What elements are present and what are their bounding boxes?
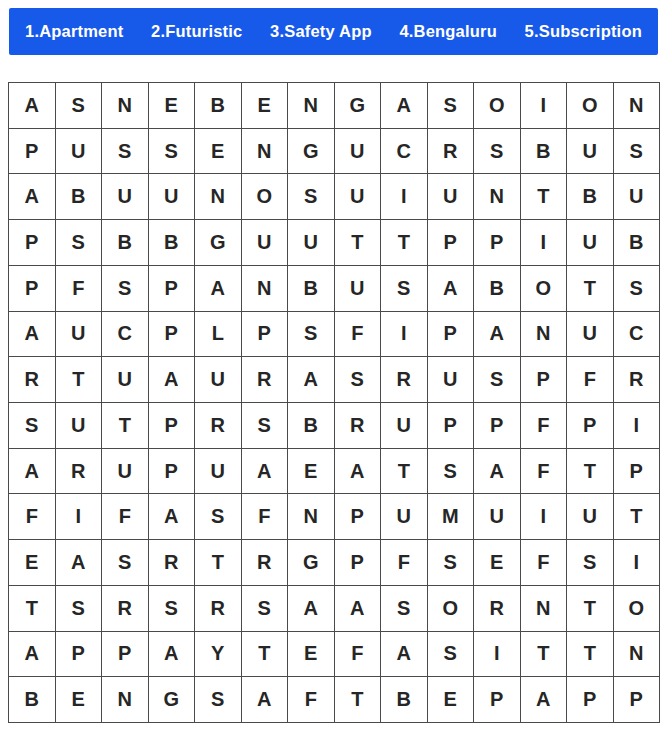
grid-cell-r14c3[interactable]: N xyxy=(102,677,148,722)
grid-cell-r4c13[interactable]: U xyxy=(567,220,613,265)
grid-cell-r12c10[interactable]: O xyxy=(428,586,474,631)
grid-cell-r1c6[interactable]: E xyxy=(242,83,288,128)
grid-cell-r1c2[interactable]: S xyxy=(56,83,102,128)
grid-cell-r5c14[interactable]: S xyxy=(614,266,660,311)
grid-cell-r2c2[interactable]: U xyxy=(56,129,102,174)
grid-cell-r9c9[interactable]: T xyxy=(381,449,427,494)
grid-cell-r9c14[interactable]: P xyxy=(614,449,660,494)
grid-cell-r11c4[interactable]: R xyxy=(149,540,195,585)
grid-cell-r14c14[interactable]: P xyxy=(614,677,660,722)
grid-cell-r3c4[interactable]: U xyxy=(149,174,195,219)
grid-cell-r6c7[interactable]: S xyxy=(288,312,334,357)
grid-cell-r10c7[interactable]: N xyxy=(288,494,334,539)
grid-cell-r2c5[interactable]: E xyxy=(195,129,241,174)
grid-cell-r2c7[interactable]: G xyxy=(288,129,334,174)
grid-cell-r3c8[interactable]: U xyxy=(335,174,381,219)
grid-cell-r9c12[interactable]: F xyxy=(521,449,567,494)
grid-cell-r7c7[interactable]: A xyxy=(288,357,334,402)
grid-cell-r13c1[interactable]: A xyxy=(9,632,55,677)
grid-cell-r3c7[interactable]: S xyxy=(288,174,334,219)
grid-cell-r2c8[interactable]: U xyxy=(335,129,381,174)
grid-cell-r5c6[interactable]: N xyxy=(242,266,288,311)
grid-cell-r3c5[interactable]: N xyxy=(195,174,241,219)
grid-cell-r6c11[interactable]: A xyxy=(474,312,520,357)
grid-cell-r8c3[interactable]: T xyxy=(102,403,148,448)
grid-cell-r6c12[interactable]: N xyxy=(521,312,567,357)
grid-cell-r8c11[interactable]: P xyxy=(474,403,520,448)
grid-cell-r5c2[interactable]: F xyxy=(56,266,102,311)
grid-cell-r11c7[interactable]: G xyxy=(288,540,334,585)
grid-cell-r12c4[interactable]: S xyxy=(149,586,195,631)
grid-cell-r4c7[interactable]: U xyxy=(288,220,334,265)
grid-cell-r11c10[interactable]: S xyxy=(428,540,474,585)
grid-cell-r14c10[interactable]: E xyxy=(428,677,474,722)
grid-cell-r12c11[interactable]: R xyxy=(474,586,520,631)
grid-cell-r7c14[interactable]: R xyxy=(614,357,660,402)
grid-cell-r4c6[interactable]: U xyxy=(242,220,288,265)
grid-cell-r1c10[interactable]: S xyxy=(428,83,474,128)
grid-cell-r10c13[interactable]: U xyxy=(567,494,613,539)
grid-cell-r13c11[interactable]: I xyxy=(474,632,520,677)
grid-cell-r8c9[interactable]: U xyxy=(381,403,427,448)
grid-cell-r7c6[interactable]: R xyxy=(242,357,288,402)
grid-cell-r5c3[interactable]: S xyxy=(102,266,148,311)
grid-cell-r9c8[interactable]: A xyxy=(335,449,381,494)
grid-cell-r10c11[interactable]: U xyxy=(474,494,520,539)
grid-cell-r12c1[interactable]: T xyxy=(9,586,55,631)
grid-cell-r10c5[interactable]: S xyxy=(195,494,241,539)
grid-cell-r8c4[interactable]: P xyxy=(149,403,195,448)
grid-cell-r7c8[interactable]: S xyxy=(335,357,381,402)
grid-cell-r3c10[interactable]: U xyxy=(428,174,474,219)
grid-cell-r14c9[interactable]: B xyxy=(381,677,427,722)
grid-cell-r9c4[interactable]: P xyxy=(149,449,195,494)
grid-cell-r6c6[interactable]: P xyxy=(242,312,288,357)
grid-cell-r5c8[interactable]: U xyxy=(335,266,381,311)
grid-cell-r8c5[interactable]: R xyxy=(195,403,241,448)
grid-cell-r1c9[interactable]: A xyxy=(381,83,427,128)
grid-cell-r8c1[interactable]: S xyxy=(9,403,55,448)
grid-cell-r2c14[interactable]: S xyxy=(614,129,660,174)
grid-cell-r11c8[interactable]: P xyxy=(335,540,381,585)
grid-cell-r5c13[interactable]: T xyxy=(567,266,613,311)
grid-cell-r1c12[interactable]: I xyxy=(521,83,567,128)
word-list-item-1: 1.Apartment xyxy=(25,22,123,41)
word-list-bar: 1.Apartment 2.Futuristic 3.Safety App 4.… xyxy=(9,8,658,55)
grid-cell-r7c9[interactable]: R xyxy=(381,357,427,402)
grid-cell-r14c12[interactable]: A xyxy=(521,677,567,722)
grid-cell-r3c9[interactable]: I xyxy=(381,174,427,219)
grid-cell-r1c5[interactable]: B xyxy=(195,83,241,128)
grid-cell-r11c6[interactable]: R xyxy=(242,540,288,585)
grid-cell-r12c9[interactable]: S xyxy=(381,586,427,631)
grid-cell-r10c9[interactable]: U xyxy=(381,494,427,539)
grid-cell-r3c11[interactable]: N xyxy=(474,174,520,219)
grid-cell-r4c9[interactable]: T xyxy=(381,220,427,265)
grid-cell-r4c4[interactable]: B xyxy=(149,220,195,265)
grid-cell-r8c12[interactable]: F xyxy=(521,403,567,448)
grid-cell-r10c8[interactable]: P xyxy=(335,494,381,539)
grid-cell-r5c5[interactable]: A xyxy=(195,266,241,311)
grid-cell-r13c2[interactable]: P xyxy=(56,632,102,677)
grid-cell-r5c10[interactable]: A xyxy=(428,266,474,311)
grid-cell-r13c6[interactable]: T xyxy=(242,632,288,677)
grid-cell-r14c5[interactable]: S xyxy=(195,677,241,722)
grid-cell-r13c7[interactable]: E xyxy=(288,632,334,677)
grid-cell-r1c14[interactable]: N xyxy=(614,83,660,128)
word-list-item-3: 3.Safety App xyxy=(270,22,372,41)
grid-cell-r12c14[interactable]: O xyxy=(614,586,660,631)
grid-cell-r6c1[interactable]: A xyxy=(9,312,55,357)
grid-cell-r10c1[interactable]: F xyxy=(9,494,55,539)
grid-cell-r12c6[interactable]: S xyxy=(242,586,288,631)
grid-cell-r4c3[interactable]: B xyxy=(102,220,148,265)
grid-cell-r5c9[interactable]: S xyxy=(381,266,427,311)
grid-cell-r12c5[interactable]: R xyxy=(195,586,241,631)
grid-cell-r1c8[interactable]: G xyxy=(335,83,381,128)
grid-cell-r9c3[interactable]: U xyxy=(102,449,148,494)
grid-cell-r8c2[interactable]: U xyxy=(56,403,102,448)
grid-cell-r9c2[interactable]: R xyxy=(56,449,102,494)
grid-cell-r6c9[interactable]: I xyxy=(381,312,427,357)
grid-cell-r2c3[interactable]: S xyxy=(102,129,148,174)
grid-cell-r7c11[interactable]: S xyxy=(474,357,520,402)
grid-cell-r4c1[interactable]: P xyxy=(9,220,55,265)
grid-cell-r13c10[interactable]: S xyxy=(428,632,474,677)
grid-cell-r11c14[interactable]: I xyxy=(614,540,660,585)
grid-cell-r2c11[interactable]: S xyxy=(474,129,520,174)
grid-cell-r11c12[interactable]: F xyxy=(521,540,567,585)
grid-cell-r12c12[interactable]: N xyxy=(521,586,567,631)
grid-cell-r4c14[interactable]: B xyxy=(614,220,660,265)
grid-cell-r4c5[interactable]: G xyxy=(195,220,241,265)
grid-cell-r5c1[interactable]: P xyxy=(9,266,55,311)
grid-cell-r1c13[interactable]: O xyxy=(567,83,613,128)
grid-cell-r4c10[interactable]: P xyxy=(428,220,474,265)
grid-cell-r13c9[interactable]: A xyxy=(381,632,427,677)
grid-cell-r2c9[interactable]: C xyxy=(381,129,427,174)
grid-cell-r12c7[interactable]: A xyxy=(288,586,334,631)
word-list-item-2: 2.Futuristic xyxy=(151,22,242,41)
grid-cell-r1c11[interactable]: O xyxy=(474,83,520,128)
grid-cell-r13c13[interactable]: T xyxy=(567,632,613,677)
grid-cell-r6c13[interactable]: U xyxy=(567,312,613,357)
grid-cell-r11c2[interactable]: A xyxy=(56,540,102,585)
grid-cell-r14c8[interactable]: T xyxy=(335,677,381,722)
grid-cell-r10c10[interactable]: M xyxy=(428,494,474,539)
grid-cell-r1c1[interactable]: A xyxy=(9,83,55,128)
grid-cell-r2c10[interactable]: R xyxy=(428,129,474,174)
grid-cell-r5c11[interactable]: B xyxy=(474,266,520,311)
grid-cell-r13c3[interactable]: P xyxy=(102,632,148,677)
grid-cell-r9c13[interactable]: T xyxy=(567,449,613,494)
grid-cell-r11c1[interactable]: E xyxy=(9,540,55,585)
grid-cell-r14c11[interactable]: P xyxy=(474,677,520,722)
grid-cell-r4c8[interactable]: T xyxy=(335,220,381,265)
grid-cell-r10c14[interactable]: T xyxy=(614,494,660,539)
grid-cell-r14c2[interactable]: E xyxy=(56,677,102,722)
grid-cell-r3c6[interactable]: O xyxy=(242,174,288,219)
grid-cell-r12c13[interactable]: T xyxy=(567,586,613,631)
grid-cell-r7c4[interactable]: A xyxy=(149,357,195,402)
grid-cell-r9c1[interactable]: A xyxy=(9,449,55,494)
grid-cell-r6c10[interactable]: P xyxy=(428,312,474,357)
grid-cell-r3c1[interactable]: A xyxy=(9,174,55,219)
grid-cell-r7c10[interactable]: U xyxy=(428,357,474,402)
grid-cell-r6c4[interactable]: P xyxy=(149,312,195,357)
grid-cell-r10c4[interactable]: A xyxy=(149,494,195,539)
word-search-grid: ASNEBENGASOIONPUSSENGUCRSBUSABUUNOSUIUNT… xyxy=(8,82,660,723)
grid-cell-r10c3[interactable]: F xyxy=(102,494,148,539)
grid-cell-r3c14[interactable]: U xyxy=(614,174,660,219)
grid-cell-r9c7[interactable]: E xyxy=(288,449,334,494)
word-list-item-5: 5.Subscription xyxy=(525,22,642,41)
grid-cell-r12c3[interactable]: R xyxy=(102,586,148,631)
grid-cell-r11c11[interactable]: E xyxy=(474,540,520,585)
grid-cell-r7c12[interactable]: P xyxy=(521,357,567,402)
grid-cell-r2c13[interactable]: U xyxy=(567,129,613,174)
grid-cell-r12c8[interactable]: A xyxy=(335,586,381,631)
grid-cell-r7c3[interactable]: U xyxy=(102,357,148,402)
grid-cell-r6c8[interactable]: F xyxy=(335,312,381,357)
grid-cell-r3c3[interactable]: U xyxy=(102,174,148,219)
grid-cell-r6c5[interactable]: L xyxy=(195,312,241,357)
grid-cell-r13c4[interactable]: A xyxy=(149,632,195,677)
grid-cell-r14c4[interactable]: G xyxy=(149,677,195,722)
grid-cell-r9c11[interactable]: A xyxy=(474,449,520,494)
grid-cell-r10c2[interactable]: I xyxy=(56,494,102,539)
grid-cell-r7c13[interactable]: F xyxy=(567,357,613,402)
grid-cell-r6c3[interactable]: C xyxy=(102,312,148,357)
grid-cell-r11c3[interactable]: S xyxy=(102,540,148,585)
grid-cell-r14c7[interactable]: F xyxy=(288,677,334,722)
grid-cell-r2c6[interactable]: N xyxy=(242,129,288,174)
grid-cell-r7c2[interactable]: T xyxy=(56,357,102,402)
grid-cell-r6c14[interactable]: C xyxy=(614,312,660,357)
grid-cell-r13c14[interactable]: N xyxy=(614,632,660,677)
word-list-item-4: 4.Bengaluru xyxy=(399,22,497,41)
grid-cell-r13c12[interactable]: T xyxy=(521,632,567,677)
grid-cell-r2c1[interactable]: P xyxy=(9,129,55,174)
grid-cell-r1c4[interactable]: E xyxy=(149,83,195,128)
grid-cell-r9c5[interactable]: U xyxy=(195,449,241,494)
grid-cell-r11c9[interactable]: F xyxy=(381,540,427,585)
grid-cell-r2c4[interactable]: S xyxy=(149,129,195,174)
grid-cell-r8c8[interactable]: R xyxy=(335,403,381,448)
grid-cell-r10c6[interactable]: F xyxy=(242,494,288,539)
grid-cell-r11c13[interactable]: S xyxy=(567,540,613,585)
grid-cell-r14c1[interactable]: B xyxy=(9,677,55,722)
grid-cell-r14c6[interactable]: A xyxy=(242,677,288,722)
grid-cell-r13c5[interactable]: Y xyxy=(195,632,241,677)
word-search-page: 1.Apartment 2.Futuristic 3.Safety App 4.… xyxy=(0,0,667,735)
grid-cell-r5c12[interactable]: O xyxy=(521,266,567,311)
grid-cell-r8c7[interactable]: B xyxy=(288,403,334,448)
grid-cell-r4c12[interactable]: I xyxy=(521,220,567,265)
grid-cell-r14c13[interactable]: P xyxy=(567,677,613,722)
grid-cell-r7c1[interactable]: R xyxy=(9,357,55,402)
grid-cell-r1c3[interactable]: N xyxy=(102,83,148,128)
grid-cell-r8c6[interactable]: S xyxy=(242,403,288,448)
grid-cell-r8c13[interactable]: P xyxy=(567,403,613,448)
grid-cell-r2c12[interactable]: B xyxy=(521,129,567,174)
grid-cell-r12c2[interactable]: S xyxy=(56,586,102,631)
grid-cell-r5c4[interactable]: P xyxy=(149,266,195,311)
grid-cell-r3c12[interactable]: T xyxy=(521,174,567,219)
grid-cell-r8c14[interactable]: I xyxy=(614,403,660,448)
grid-cell-r3c13[interactable]: B xyxy=(567,174,613,219)
grid-cell-r3c2[interactable]: B xyxy=(56,174,102,219)
grid-wrap: ASNEBENGASOIONPUSSENGUCRSBUSABUUNOSUIUNT… xyxy=(8,82,660,723)
grid-cell-r6c2[interactable]: U xyxy=(56,312,102,357)
grid-cell-r9c10[interactable]: S xyxy=(428,449,474,494)
grid-cell-r8c10[interactable]: P xyxy=(428,403,474,448)
grid-cell-r10c12[interactable]: I xyxy=(521,494,567,539)
grid-cell-r11c5[interactable]: T xyxy=(195,540,241,585)
grid-cell-r1c7[interactable]: N xyxy=(288,83,334,128)
grid-cell-r9c6[interactable]: A xyxy=(242,449,288,494)
grid-cell-r4c2[interactable]: S xyxy=(56,220,102,265)
grid-cell-r5c7[interactable]: B xyxy=(288,266,334,311)
grid-cell-r13c8[interactable]: F xyxy=(335,632,381,677)
grid-cell-r4c11[interactable]: P xyxy=(474,220,520,265)
grid-cell-r7c5[interactable]: U xyxy=(195,357,241,402)
